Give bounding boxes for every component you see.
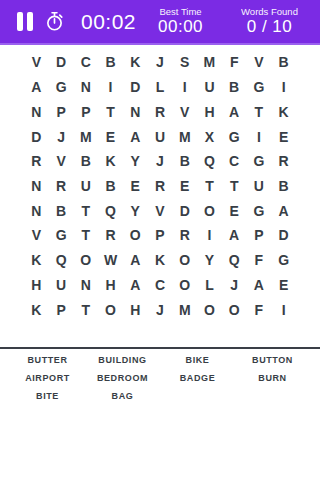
grid-cell[interactable]: G [49,223,74,248]
grid-cell[interactable]: V [49,149,74,174]
grid-cell[interactable]: T [73,223,98,248]
grid-cell[interactable]: B [271,174,296,199]
grid-cell[interactable]: R [148,99,173,124]
grid-cell[interactable]: N [73,273,98,298]
grid-cell[interactable]: A [123,273,148,298]
grid-cell[interactable]: I [172,75,197,100]
grid-cell[interactable]: Q [197,149,222,174]
grid-cell[interactable]: D [172,198,197,223]
grid-cell[interactable]: N [123,99,148,124]
grid-cell[interactable]: R [24,149,49,174]
timer-value: 00:02 [81,10,136,34]
grid-cell[interactable]: H [24,273,49,298]
grid-cell[interactable]: H [123,297,148,322]
grid-cell[interactable]: I [271,297,296,322]
pause-bar [17,12,23,31]
word-list-item: BEDROOM [85,369,160,387]
grid-cell[interactable]: T [247,99,272,124]
grid-cell[interactable]: P [148,223,173,248]
grid-cell[interactable]: R [172,223,197,248]
grid-cell[interactable]: D [24,124,49,149]
grid-cell[interactable]: K [148,248,173,273]
best-time-label: Best Time [136,6,225,17]
grid-cell[interactable]: U [49,273,74,298]
stopwatch-icon [44,11,65,32]
grid-cell[interactable]: E [123,174,148,199]
grid-cell[interactable]: A [222,99,247,124]
pause-bar [27,12,33,31]
grid-cell[interactable]: N [24,198,49,223]
grid-cell[interactable]: A [222,223,247,248]
grid-cell[interactable]: V [148,198,173,223]
grid-cell[interactable]: G [247,198,272,223]
words-found-label: Words Found [225,6,314,17]
grid-cell[interactable]: T [222,174,247,199]
grid-cell[interactable]: A [123,248,148,273]
grid-cell[interactable]: B [172,149,197,174]
grid-cell[interactable]: J [49,124,74,149]
grid-cell[interactable]: B [73,149,98,174]
grid-cell[interactable]: V [24,50,49,75]
grid-cell[interactable]: M [197,50,222,75]
grid-cell[interactable]: Y [197,248,222,273]
grid-cell[interactable]: B [222,75,247,100]
grid-cell[interactable]: R [49,174,74,199]
grid-cell[interactable]: M [172,124,197,149]
grid-cell[interactable]: N [73,75,98,100]
word-list-item: BITE [10,387,85,405]
grid-cell[interactable]: O [98,297,123,322]
grid-cell[interactable]: C [148,273,173,298]
grid-cell[interactable]: F [247,248,272,273]
words-found-value: 0 / 10 [225,18,314,37]
grid-cell[interactable]: J [148,50,173,75]
grid-cell[interactable]: O [197,198,222,223]
grid-cell[interactable]: U [73,174,98,199]
grid-cell[interactable]: Q [49,248,74,273]
grid-cell[interactable]: V [247,50,272,75]
word-list-item: BADGE [160,369,235,387]
word-list-item: BUILDING [85,351,160,369]
grid-cell[interactable]: G [49,75,74,100]
grid-cell[interactable]: X [197,124,222,149]
grid-cell[interactable]: G [247,149,272,174]
grid-cell[interactable]: V [172,99,197,124]
word-list-item: BAG [85,387,160,405]
letter-grid: VDCBKJSMFVBAGNIDLIUBGINPPTNRVHATKDJMEAUM… [24,50,296,322]
grid-cell[interactable]: A [123,124,148,149]
grid-cell[interactable]: U [247,174,272,199]
word-list-item: AIRPORT [10,369,85,387]
grid-cell[interactable]: D [123,75,148,100]
grid-cell[interactable]: G [247,75,272,100]
grid-cell[interactable]: F [247,297,272,322]
grid-cell[interactable]: U [197,75,222,100]
word-list: BUTTERBUILDINGBIKEBUTTONAIRPORTBEDROOMBA… [0,349,320,405]
word-list-item: BURN [235,369,310,387]
grid-cell[interactable]: K [24,248,49,273]
grid-cell[interactable]: P [49,297,74,322]
grid-cell[interactable]: L [197,273,222,298]
grid-cell[interactable]: A [24,75,49,100]
grid-cell[interactable]: E [172,174,197,199]
grid-cell[interactable]: N [24,99,49,124]
grid-cell[interactable]: S [172,50,197,75]
grid-cell[interactable]: T [73,297,98,322]
grid-cell[interactable]: T [73,198,98,223]
grid-cell[interactable]: U [148,124,173,149]
grid-cell[interactable]: R [98,223,123,248]
best-time: Best Time 00:00 [136,6,225,37]
grid-cell[interactable]: I [98,75,123,100]
grid-cell[interactable]: R [148,174,173,199]
pause-button[interactable] [17,11,33,32]
grid-cell[interactable]: O [123,223,148,248]
word-list-item: BUTTON [235,351,310,369]
grid-cell[interactable]: F [222,50,247,75]
word-list-item: BIKE [160,351,235,369]
grid-cell[interactable]: M [73,124,98,149]
grid-cell[interactable]: M [172,297,197,322]
grid-cell[interactable]: N [24,174,49,199]
grid-cell[interactable]: J [148,297,173,322]
grid-cell[interactable]: Q [222,248,247,273]
grid-cell[interactable]: E [271,124,296,149]
grid-cell[interactable]: R [271,149,296,174]
grid-cell[interactable]: T [98,99,123,124]
grid-cell[interactable]: O [172,248,197,273]
grid-cell[interactable]: H [98,273,123,298]
grid-cell[interactable]: Y [123,149,148,174]
word-search-screen: 00:02 Best Time 00:00 Words Found 0 / 10… [0,0,320,480]
grid-cell[interactable]: O [73,248,98,273]
grid-cell[interactable]: T [197,174,222,199]
grid-cell[interactable]: O [172,273,197,298]
grid-cell[interactable]: K [271,99,296,124]
grid-cell[interactable]: K [123,50,148,75]
grid-cell[interactable]: C [73,50,98,75]
grid-cell[interactable]: K [98,149,123,174]
grid-cell[interactable]: B [98,50,123,75]
grid-cell[interactable]: C [222,149,247,174]
grid-cell[interactable]: E [98,124,123,149]
grid-cell[interactable]: B [49,198,74,223]
grid-cell[interactable]: J [148,149,173,174]
header: 00:02 Best Time 00:00 Words Found 0 / 10 [0,0,320,45]
words-found: Words Found 0 / 10 [225,6,314,37]
best-time-value: 00:00 [136,18,225,37]
grid-cell[interactable]: I [247,124,272,149]
grid-cell[interactable]: P [49,99,74,124]
grid-cell[interactable]: D [271,223,296,248]
grid-cell[interactable]: Q [98,198,123,223]
grid-cell[interactable]: H [197,99,222,124]
grid-cell[interactable]: B [271,50,296,75]
grid-cell[interactable]: Y [123,198,148,223]
grid-cell[interactable]: V [24,223,49,248]
grid-cell[interactable]: P [73,99,98,124]
grid-cell[interactable]: O [222,297,247,322]
grid-cell[interactable]: J [222,273,247,298]
grid-cell[interactable]: E [222,198,247,223]
grid-cell[interactable]: P [247,223,272,248]
grid-cell[interactable]: O [197,297,222,322]
grid-cell[interactable]: A [271,198,296,223]
grid-cell[interactable]: L [148,75,173,100]
grid-cell[interactable]: K [24,297,49,322]
grid-cell[interactable]: A [247,273,272,298]
grid-cell[interactable]: W [98,248,123,273]
grid-cell[interactable]: G [271,248,296,273]
grid-cell[interactable]: G [222,124,247,149]
header-stats: Best Time 00:00 Words Found 0 / 10 [136,6,320,37]
grid-cell[interactable]: I [271,75,296,100]
grid-cell[interactable]: B [98,174,123,199]
grid-cell[interactable]: I [197,223,222,248]
grid-cell[interactable]: E [271,273,296,298]
word-list-item: BUTTER [10,351,85,369]
grid-cell[interactable]: D [49,50,74,75]
